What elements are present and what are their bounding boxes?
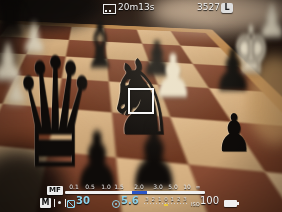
image-quality-badge: L <box>221 3 233 13</box>
ev-tick-label: 1 <box>171 196 175 202</box>
ev-marker <box>164 204 168 206</box>
camera-live-view-screen: ♜♟♟♟♟♝♚♟♟♟♟♞♛♟♟ 20m13s 3527 L MF 0.10.51… <box>0 0 282 212</box>
ev-tick-label: 2 <box>152 196 156 202</box>
mf-scale-label: 2.0 <box>134 183 144 190</box>
mf-scale-label: 1.5 <box>114 183 124 190</box>
ev-tick-label: 3 <box>145 196 149 202</box>
movie-record-time-icon <box>103 4 116 14</box>
shutter-speed-icon <box>67 200 75 208</box>
aperture-icon <box>112 200 120 208</box>
aperture-value[interactable]: 5.6 <box>121 195 139 206</box>
iso-value[interactable]: 100 <box>200 195 219 206</box>
iso-label: ISO <box>191 201 200 207</box>
camera-ui-overlay: 20m13s 3527 L MF 0.10.51.01.52.03.05.010… <box>0 0 282 212</box>
shutter-speed-value[interactable]: 30 <box>76 195 90 206</box>
manual-focus-badge[interactable]: MF <box>47 186 63 195</box>
ev-tick-label: 3 <box>183 196 187 202</box>
mf-scale-label: 3.0 <box>153 183 163 190</box>
ev-tick-label: 2 <box>177 196 181 202</box>
ev-tick-label: 1 <box>158 196 162 202</box>
ev-tick-label: 0 <box>164 196 168 202</box>
depth-of-field-indicator <box>132 191 147 194</box>
exposure-mode-badge[interactable]: M <box>40 198 51 208</box>
exposure-compensation-scale[interactable]: 3210123 <box>144 196 188 206</box>
metering-mode-icon <box>54 199 66 207</box>
shots-remaining-count: 3527 <box>197 2 220 12</box>
mf-scale-label: 0.5 <box>85 183 95 190</box>
mf-scale-label: 5.0 <box>168 183 178 190</box>
mf-scale-label: 0.1 <box>69 183 79 190</box>
mf-scale-label: 10 <box>183 183 191 190</box>
mf-distance-scale-bar <box>65 191 205 194</box>
mf-scale-label: 1.0 <box>101 183 111 190</box>
focus-frame[interactable] <box>128 88 154 114</box>
mf-scale-label: ∞ <box>196 183 201 190</box>
battery-icon <box>224 200 237 207</box>
record-time-remaining: 20m13s <box>118 2 154 12</box>
